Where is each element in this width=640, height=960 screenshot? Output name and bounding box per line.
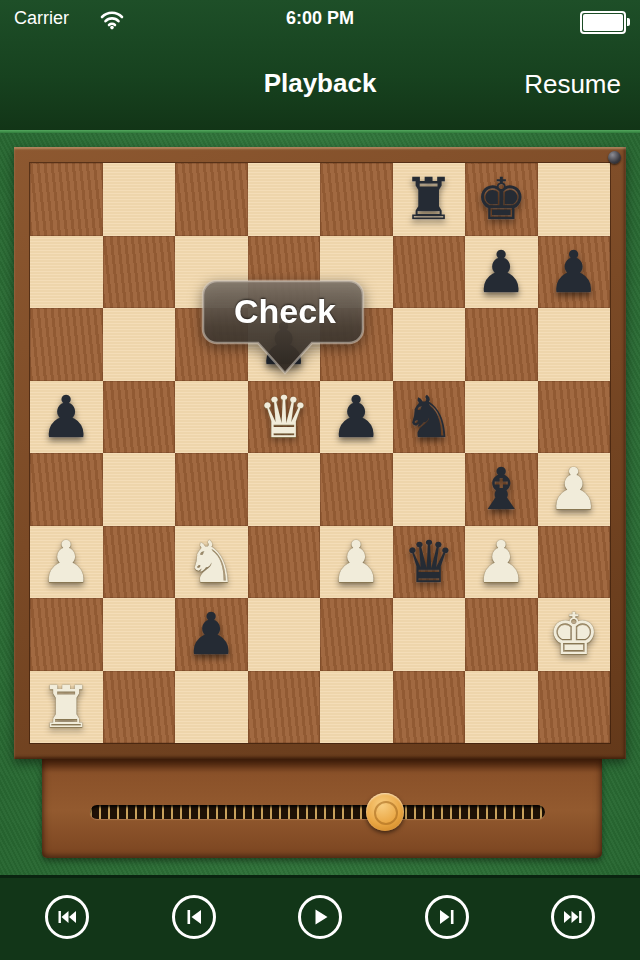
square-f8: ♜ xyxy=(393,163,466,236)
piece-white-pawn-a3: ♟ xyxy=(30,526,103,599)
square-b1 xyxy=(103,671,176,744)
square-f4 xyxy=(393,453,466,526)
felt-top-edge xyxy=(0,130,640,133)
square-h2: ♚ xyxy=(538,598,611,671)
square-g7: ♟ xyxy=(465,236,538,309)
square-g6 xyxy=(465,308,538,381)
board-corner-pin xyxy=(608,151,621,164)
piece-black-knight-f5: ♞ xyxy=(393,381,466,454)
square-h4: ♟ xyxy=(538,453,611,526)
square-e8 xyxy=(320,163,393,236)
board-squares: ♜♚♟♟♟♟♛♟♞♝♟♟♞♟♛♟♟♚♜ xyxy=(30,163,610,743)
nav-bar: Playback Resume xyxy=(0,40,640,130)
piece-black-pawn-e5: ♟ xyxy=(320,381,393,454)
square-d5: ♛ xyxy=(248,381,321,454)
square-c3: ♞ xyxy=(175,526,248,599)
square-b8 xyxy=(103,163,176,236)
square-d1 xyxy=(248,671,321,744)
piece-white-king-h2: ♚ xyxy=(538,598,611,671)
piece-black-pawn-g7: ♟ xyxy=(465,236,538,309)
square-c4 xyxy=(175,453,248,526)
square-g2 xyxy=(465,598,538,671)
playback-toolbar xyxy=(0,878,640,960)
square-a6 xyxy=(30,308,103,381)
piece-white-pawn-g3: ♟ xyxy=(465,526,538,599)
square-h6 xyxy=(538,308,611,381)
skip-to-end-icon xyxy=(561,905,585,929)
square-e2 xyxy=(320,598,393,671)
square-h1 xyxy=(538,671,611,744)
piece-white-pawn-h4: ♟ xyxy=(538,453,611,526)
square-g5 xyxy=(465,381,538,454)
square-a5: ♟ xyxy=(30,381,103,454)
square-e1 xyxy=(320,671,393,744)
next-move-icon xyxy=(435,905,459,929)
square-d3 xyxy=(248,526,321,599)
clock: 6:00 PM xyxy=(0,8,640,29)
chess-board: ♜♚♟♟♟♟♛♟♞♝♟♟♞♟♛♟♟♚♜ xyxy=(14,147,626,759)
square-b2 xyxy=(103,598,176,671)
piece-white-pawn-e3: ♟ xyxy=(320,526,393,599)
square-d8 xyxy=(248,163,321,236)
square-a3: ♟ xyxy=(30,526,103,599)
square-f3: ♛ xyxy=(393,526,466,599)
square-f6 xyxy=(393,308,466,381)
square-a8 xyxy=(30,163,103,236)
resume-button[interactable]: Resume xyxy=(518,68,627,101)
square-f5: ♞ xyxy=(393,381,466,454)
piece-black-rook-f8: ♜ xyxy=(393,163,466,236)
square-a2 xyxy=(30,598,103,671)
square-g8: ♚ xyxy=(465,163,538,236)
square-c2: ♟ xyxy=(175,598,248,671)
piece-black-king-g8: ♚ xyxy=(465,163,538,236)
square-b4 xyxy=(103,453,176,526)
play-button[interactable] xyxy=(298,895,342,939)
square-d2 xyxy=(248,598,321,671)
piece-black-pawn-a5: ♟ xyxy=(30,381,103,454)
square-c1 xyxy=(175,671,248,744)
square-e5: ♟ xyxy=(320,381,393,454)
square-g3: ♟ xyxy=(465,526,538,599)
move-slider-knob[interactable] xyxy=(366,793,404,831)
square-b3 xyxy=(103,526,176,599)
square-a4 xyxy=(30,453,103,526)
square-f1 xyxy=(393,671,466,744)
previous-move-icon xyxy=(182,905,206,929)
piece-black-bishop-g4: ♝ xyxy=(465,453,538,526)
previous-move-button[interactable] xyxy=(172,895,216,939)
move-slider-track[interactable] xyxy=(90,805,545,819)
square-c8 xyxy=(175,163,248,236)
next-move-button[interactable] xyxy=(425,895,469,939)
square-h8 xyxy=(538,163,611,236)
square-h3 xyxy=(538,526,611,599)
move-slider-tray xyxy=(42,759,602,858)
piece-black-pawn-h7: ♟ xyxy=(538,236,611,309)
piece-white-knight-c3: ♞ xyxy=(175,526,248,599)
square-g1 xyxy=(465,671,538,744)
play-icon xyxy=(308,905,332,929)
square-f2 xyxy=(393,598,466,671)
square-a1: ♜ xyxy=(30,671,103,744)
skip-to-end-button[interactable] xyxy=(551,895,595,939)
check-label: Check xyxy=(200,292,370,331)
chess-app-screen: Carrier 6:00 PM Playback Resume ♜♚♟♟♟♟♛♟… xyxy=(0,0,640,960)
skip-to-start-icon xyxy=(55,905,79,929)
square-g4: ♝ xyxy=(465,453,538,526)
square-h7: ♟ xyxy=(538,236,611,309)
square-h5 xyxy=(538,381,611,454)
check-annotation-bubble: Check xyxy=(200,278,370,378)
piece-black-queen-f3: ♛ xyxy=(393,526,466,599)
square-c5 xyxy=(175,381,248,454)
piece-white-queen-d5: ♛ xyxy=(248,381,321,454)
status-bar: Carrier 6:00 PM xyxy=(0,0,640,40)
square-b5 xyxy=(103,381,176,454)
skip-to-start-button[interactable] xyxy=(45,895,89,939)
battery-icon xyxy=(580,11,626,34)
square-e4 xyxy=(320,453,393,526)
square-a7 xyxy=(30,236,103,309)
square-b7 xyxy=(103,236,176,309)
square-f7 xyxy=(393,236,466,309)
piece-white-rook-a1: ♜ xyxy=(30,671,103,744)
square-d4 xyxy=(248,453,321,526)
square-e3: ♟ xyxy=(320,526,393,599)
square-b6 xyxy=(103,308,176,381)
piece-black-pawn-c2: ♟ xyxy=(175,598,248,671)
